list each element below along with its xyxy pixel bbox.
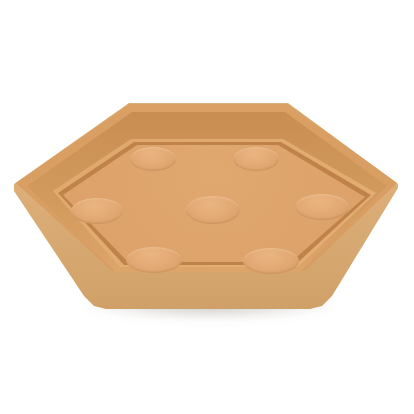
stud-front-left: [126, 247, 182, 273]
stud-front-right: [243, 248, 299, 274]
stud-back-left: [130, 147, 176, 171]
stud-center: [186, 196, 240, 224]
stud-mid-right: [295, 194, 349, 220]
product-photo: [0, 0, 414, 414]
stud-mid-left: [71, 198, 123, 224]
stud-back-right: [233, 147, 279, 171]
stud-layer: [0, 0, 414, 414]
